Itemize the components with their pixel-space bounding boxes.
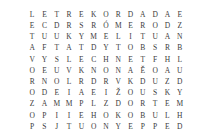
grid-cell[interactable]: Y	[75, 31, 87, 42]
grid-cell[interactable]: U	[51, 31, 63, 42]
grid-cell[interactable]: V	[63, 65, 75, 76]
grid-cell[interactable]: A	[75, 87, 87, 98]
grid-cell[interactable]: E	[100, 31, 112, 42]
grid-cell[interactable]: I	[63, 110, 75, 121]
grid-cell[interactable]: T	[149, 99, 161, 110]
grid-cell[interactable]: H	[174, 110, 186, 121]
grid-cell[interactable]: N	[100, 121, 112, 132]
grid-cell[interactable]: O	[26, 110, 38, 121]
grid-cell[interactable]: S	[149, 87, 161, 98]
grid-cell[interactable]: L	[161, 110, 173, 121]
grid-cell[interactable]: Y	[100, 43, 112, 54]
grid-cell[interactable]: L	[174, 54, 186, 65]
grid-cell[interactable]: E	[75, 110, 87, 121]
grid-cell[interactable]: B	[174, 43, 186, 54]
grid-cell[interactable]: R	[161, 43, 173, 54]
grid-cell[interactable]: H	[87, 110, 99, 121]
grid-cell[interactable]: C	[38, 20, 50, 31]
grid-cell[interactable]: V	[112, 76, 124, 87]
grid-cell[interactable]: K	[87, 9, 99, 20]
grid-cell[interactable]: T	[137, 31, 149, 42]
grid-cell[interactable]: D	[174, 76, 186, 87]
grid-cell[interactable]: O	[26, 65, 38, 76]
grid-cell[interactable]: D	[124, 9, 136, 20]
grid-cell[interactable]: S	[51, 54, 63, 65]
grid-cell[interactable]: E	[161, 99, 173, 110]
grid-cell[interactable]: J	[51, 121, 63, 132]
grid-cell[interactable]: R	[63, 9, 75, 20]
grid-cell[interactable]: A	[63, 43, 75, 54]
grid-cell[interactable]: A	[38, 99, 50, 110]
grid-cell[interactable]: O	[149, 65, 161, 76]
grid-cell[interactable]: U	[149, 31, 161, 42]
grid-cell[interactable]: P	[75, 99, 87, 110]
grid-cell[interactable]: L	[112, 31, 124, 42]
grid-cell[interactable]: N	[174, 31, 186, 42]
grid-cell[interactable]: E	[124, 54, 136, 65]
grid-cell[interactable]: T	[51, 9, 63, 20]
grid-cell[interactable]: N	[112, 65, 124, 76]
grid-cell[interactable]: A	[26, 43, 38, 54]
grid-cell[interactable]: F	[149, 54, 161, 65]
grid-cell[interactable]: U	[174, 65, 186, 76]
grid-cell[interactable]: T	[63, 121, 75, 132]
grid-cell[interactable]: T	[26, 31, 38, 42]
grid-cell[interactable]: Z	[174, 20, 186, 31]
grid-cell[interactable]: L	[87, 99, 99, 110]
word-search-page: LETREKORDADAEECDRSRÓMERODZTUUKYMELITUANA…	[0, 0, 210, 140]
grid-cell[interactable]: M	[63, 99, 75, 110]
grid-cell[interactable]: P	[149, 121, 161, 132]
grid-cell[interactable]: R	[63, 20, 75, 31]
grid-cell[interactable]: S	[75, 20, 87, 31]
grid-cell[interactable]: S	[38, 121, 50, 132]
grid-cell[interactable]: E	[38, 9, 50, 20]
grid-cell[interactable]: I	[124, 31, 136, 42]
grid-cell[interactable]: U	[149, 76, 161, 87]
grid-cell[interactable]: O	[124, 87, 136, 98]
grid-cell[interactable]: O	[124, 43, 136, 54]
grid-cell[interactable]: I	[51, 110, 63, 121]
grid-cell[interactable]: F	[38, 43, 50, 54]
grid-cell[interactable]: S	[149, 43, 161, 54]
grid-cell[interactable]: A	[161, 9, 173, 20]
grid-cell[interactable]: I	[100, 87, 112, 98]
grid-cell[interactable]: R	[137, 99, 149, 110]
grid-cell[interactable]: E	[75, 54, 87, 65]
grid-cell[interactable]: O	[124, 110, 136, 121]
grid-cell[interactable]: B	[137, 110, 149, 121]
grid-cell[interactable]: E	[26, 20, 38, 31]
grid-cell[interactable]: T	[137, 54, 149, 65]
grid-cell[interactable]: R	[112, 9, 124, 20]
grid-cell[interactable]: Ó	[100, 20, 112, 31]
grid-cell[interactable]: C	[87, 54, 99, 65]
grid-cell[interactable]: U	[75, 121, 87, 132]
word-search-grid: LETREKORDADAEECDRSRÓMERODZTUUKYMELITUANA…	[26, 9, 186, 132]
grid-cell[interactable]: H	[161, 54, 173, 65]
grid-cell[interactable]: R	[75, 76, 87, 87]
grid-cell[interactable]: R	[87, 20, 99, 31]
grid-cell[interactable]: P	[26, 121, 38, 132]
grid-cell[interactable]: V	[26, 54, 38, 65]
grid-cell[interactable]: R	[26, 76, 38, 87]
grid-cell[interactable]: E	[161, 121, 173, 132]
grid-cell[interactable]: U	[38, 31, 50, 42]
grid-cell[interactable]: M	[112, 20, 124, 31]
grid-cell[interactable]: K	[75, 65, 87, 76]
grid-cell[interactable]: A	[161, 65, 173, 76]
grid-cell[interactable]: D	[161, 20, 173, 31]
grid-cell[interactable]: A	[161, 31, 173, 42]
grid-cell[interactable]: U	[51, 65, 63, 76]
grid-cell[interactable]: Y	[112, 121, 124, 132]
grid-cell[interactable]: P	[38, 110, 50, 121]
grid-cell[interactable]: Ž	[112, 87, 124, 98]
grid-cell[interactable]: D	[137, 76, 149, 87]
grid-cell[interactable]: O	[87, 121, 99, 132]
grid-cell[interactable]: M	[51, 99, 63, 110]
grid-cell[interactable]: N	[38, 76, 50, 87]
grid-cell[interactable]: M	[174, 99, 186, 110]
grid-cell[interactable]: I	[63, 87, 75, 98]
grid-cell[interactable]: K	[161, 87, 173, 98]
grid-cell[interactable]: E	[124, 121, 136, 132]
grid-cell[interactable]: N	[87, 65, 99, 76]
grid-cell[interactable]: T	[51, 43, 63, 54]
grid-cell[interactable]: L	[63, 76, 75, 87]
grid-cell[interactable]: E	[38, 65, 50, 76]
grid-cell[interactable]: P	[137, 121, 149, 132]
grid-cell[interactable]: K	[112, 110, 124, 121]
grid-cell[interactable]: Y	[38, 54, 50, 65]
grid-cell[interactable]: D	[38, 87, 50, 98]
grid-cell[interactable]: D	[51, 20, 63, 31]
grid-cell[interactable]: O	[149, 20, 161, 31]
grid-cell[interactable]: D	[112, 99, 124, 110]
grid-cell[interactable]: O	[100, 110, 112, 121]
grid-cell[interactable]: R	[100, 76, 112, 87]
grid-cell[interactable]: D	[87, 76, 99, 87]
grid-cell[interactable]: E	[75, 9, 87, 20]
grid-cell[interactable]: Ě	[137, 65, 149, 76]
grid-cell[interactable]: D	[149, 9, 161, 20]
grid-cell[interactable]: T	[112, 43, 124, 54]
grid-cell[interactable]: R	[137, 20, 149, 31]
grid-cell[interactable]: O	[124, 99, 136, 110]
grid-cell[interactable]: E	[174, 9, 186, 20]
grid-cell[interactable]: O	[26, 87, 38, 98]
grid-cell[interactable]: B	[137, 43, 149, 54]
grid-cell[interactable]: Y	[174, 87, 186, 98]
grid-cell[interactable]: L	[26, 9, 38, 20]
grid-cell[interactable]: Z	[161, 76, 173, 87]
grid-cell[interactable]: N	[112, 54, 124, 65]
grid-cell[interactable]: U	[137, 87, 149, 98]
grid-cell[interactable]: L	[63, 54, 75, 65]
grid-cell[interactable]: O	[51, 76, 63, 87]
grid-cell[interactable]: O	[100, 65, 112, 76]
grid-cell[interactable]: T	[75, 43, 87, 54]
grid-cell[interactable]: A	[124, 65, 136, 76]
grid-cell[interactable]: E	[124, 20, 136, 31]
grid-cell[interactable]: O	[100, 9, 112, 20]
grid-cell[interactable]: M	[87, 31, 99, 42]
grid-cell[interactable]: Z	[100, 99, 112, 110]
grid-cell[interactable]: U	[149, 110, 161, 121]
grid-cell[interactable]: K	[63, 31, 75, 42]
grid-cell[interactable]: E	[51, 87, 63, 98]
grid-cell[interactable]: D	[174, 121, 186, 132]
grid-cell[interactable]: Z	[26, 99, 38, 110]
grid-cell[interactable]: A	[137, 9, 149, 20]
grid-cell[interactable]: H	[100, 54, 112, 65]
grid-cell[interactable]: E	[87, 87, 99, 98]
grid-cell[interactable]: K	[124, 76, 136, 87]
grid-cell[interactable]: D	[87, 43, 99, 54]
